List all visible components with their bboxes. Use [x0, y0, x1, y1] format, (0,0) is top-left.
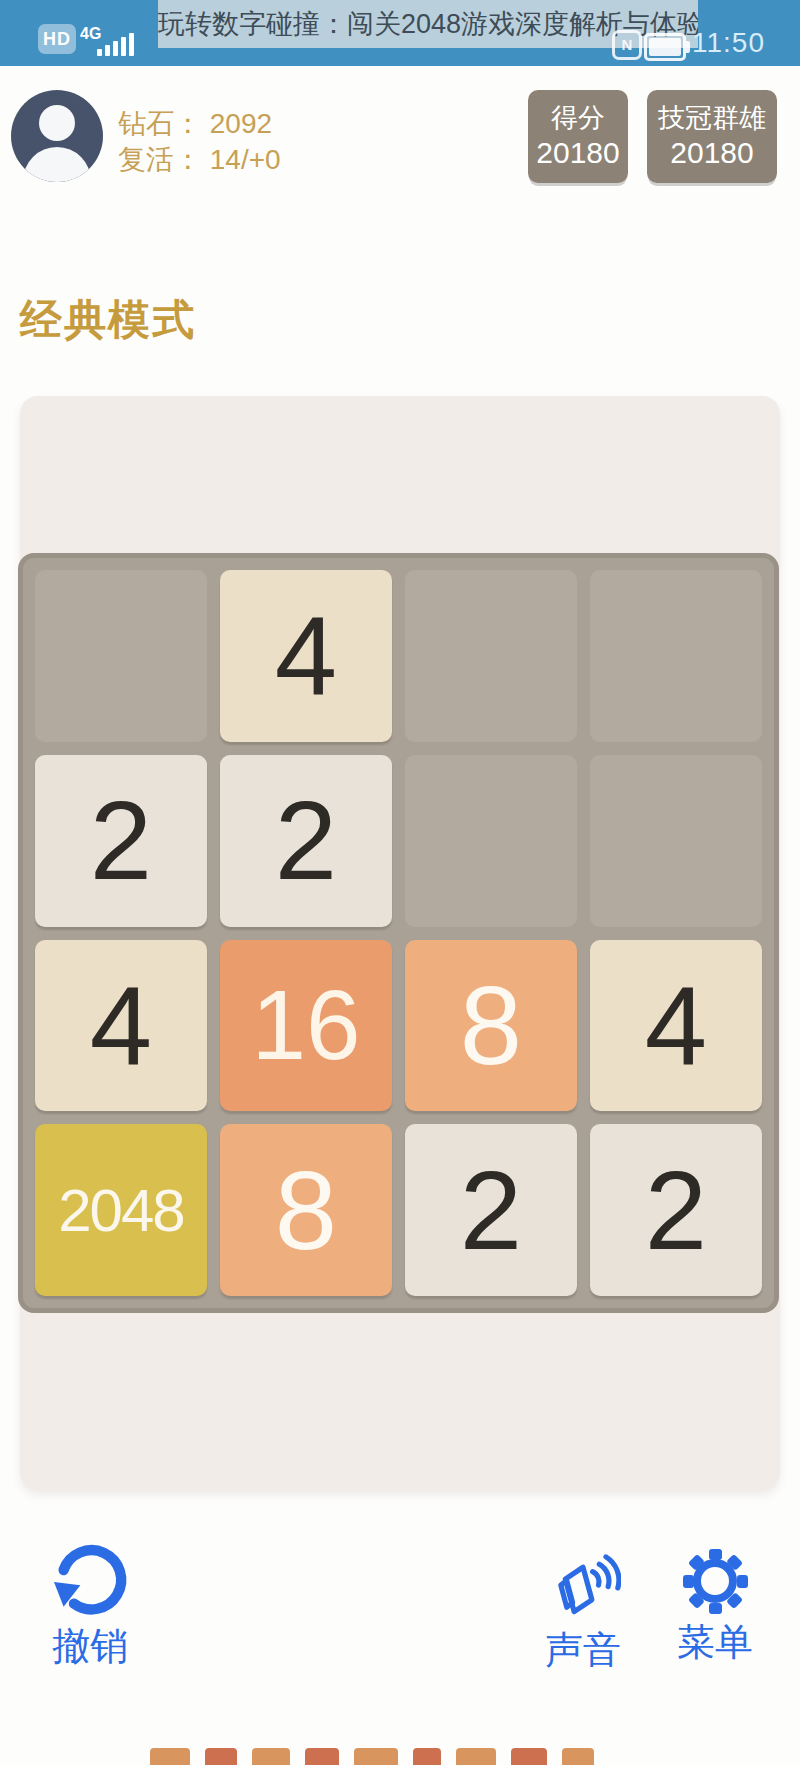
- battery-icon: [644, 33, 686, 61]
- signal-bars-icon: [97, 32, 139, 56]
- sound-label: 声音: [528, 1628, 638, 1672]
- cutoff-text-fragment: [456, 1748, 496, 1765]
- nfc-icon: N: [612, 30, 642, 60]
- tile-2-r4c4: 2: [590, 1124, 762, 1296]
- avatar[interactable]: [11, 90, 103, 182]
- tile-4-r3c4: 4: [590, 940, 762, 1112]
- undo-icon: [49, 1538, 131, 1618]
- cutoff-text-fragment: [511, 1748, 547, 1765]
- hd-badge-icon: HD: [38, 24, 76, 54]
- cutoff-text-fragment: [150, 1748, 190, 1765]
- menu-button[interactable]: 菜单: [660, 1544, 770, 1664]
- tile-2-r2c2: 2: [220, 755, 392, 927]
- revive-row: 复活： 14/+0: [118, 142, 281, 178]
- status-bar: HD 4G 玩转数字碰撞：闯关2048游戏深度解析与体验分享 N 11:50: [0, 0, 800, 66]
- cutoff-text: [150, 1748, 680, 1765]
- score-box: 得分 20180: [528, 90, 628, 183]
- empty-cell-r1c1: [35, 570, 207, 742]
- empty-cell-r2c3: [405, 755, 577, 927]
- avatar-head-icon: [39, 105, 75, 141]
- cutoff-text-fragment: [205, 1748, 237, 1765]
- cutoff-text-fragment: [354, 1748, 398, 1765]
- empty-cell-r2c4: [590, 755, 762, 927]
- menu-label: 菜单: [660, 1620, 770, 1664]
- clock-time: 11:50: [692, 27, 765, 59]
- sound-icon: [545, 1548, 621, 1622]
- revive-label: 复活：: [118, 144, 202, 175]
- undo-button[interactable]: 撤销: [34, 1538, 146, 1668]
- score-value: 20180: [528, 134, 628, 172]
- empty-cell-r1c4: [590, 570, 762, 742]
- best-score-value: 20180: [647, 134, 777, 172]
- cutoff-text-fragment: [413, 1748, 441, 1765]
- tile-2048-r4c1: 2048: [35, 1124, 207, 1296]
- cutoff-text-fragment: [305, 1748, 339, 1765]
- best-score-label: 技冠群雄: [647, 102, 777, 134]
- empty-cell-r1c3: [405, 570, 577, 742]
- tile-2-r2c1: 2: [35, 755, 207, 927]
- cutoff-text-fragment: [252, 1748, 290, 1765]
- sound-button[interactable]: 声音: [528, 1548, 638, 1672]
- tile-8-r4c2: 8: [220, 1124, 392, 1296]
- tile-2-r4c3: 2: [405, 1124, 577, 1296]
- diamond-value: 2092: [210, 108, 272, 139]
- best-score-box: 技冠群雄 20180: [647, 90, 777, 183]
- mode-title: 经典模式: [20, 292, 196, 348]
- gear-icon: [678, 1544, 752, 1618]
- game-board[interactable]: 422416842048822: [18, 553, 779, 1313]
- cutoff-text-fragment: [562, 1748, 594, 1765]
- tile-16-r3c2: 16: [220, 940, 392, 1112]
- app-screen: HD 4G 玩转数字碰撞：闯关2048游戏深度解析与体验分享 N 11:50 钻…: [0, 0, 800, 1765]
- tile-8-r3c3: 8: [405, 940, 577, 1112]
- currency-panel: 钻石： 2092 复活： 14/+0: [118, 106, 281, 178]
- undo-label: 撤销: [34, 1624, 146, 1668]
- tile-4-r1c2: 4: [220, 570, 392, 742]
- tile-4-r3c1: 4: [35, 940, 207, 1112]
- diamond-label: 钻石：: [118, 108, 202, 139]
- diamond-row: 钻石： 2092: [118, 106, 281, 142]
- avatar-body-icon: [23, 147, 91, 182]
- revive-value: 14/+0: [210, 144, 281, 175]
- score-label: 得分: [528, 102, 628, 134]
